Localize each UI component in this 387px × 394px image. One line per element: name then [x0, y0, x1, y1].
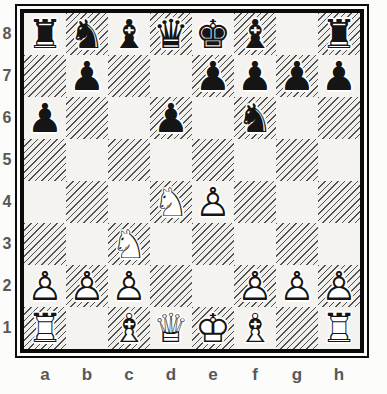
- black-pawn: ♟: [318, 55, 360, 97]
- square-a3[interactable]: [24, 223, 66, 265]
- square-a8[interactable]: ♜♜: [24, 13, 66, 55]
- square-d1[interactable]: ♛♕: [150, 307, 192, 349]
- black-pawn-fill: ♟: [150, 97, 192, 139]
- file-labels: abcdefgh: [24, 360, 360, 390]
- black-king: ♚: [192, 13, 234, 55]
- square-h1[interactable]: ♜♖: [318, 307, 360, 349]
- square-g1[interactable]: [276, 307, 318, 349]
- square-b6[interactable]: [66, 97, 108, 139]
- square-c7[interactable]: [108, 55, 150, 97]
- rank-label-4: 4: [0, 181, 14, 223]
- white-pawn-fill: ♟: [108, 265, 150, 307]
- white-rook: ♖: [318, 307, 360, 349]
- black-pawn-fill: ♟: [192, 55, 234, 97]
- file-label-g: g: [276, 360, 318, 390]
- square-f6[interactable]: ♞♞: [234, 97, 276, 139]
- square-e5[interactable]: [192, 139, 234, 181]
- square-c4[interactable]: [108, 181, 150, 223]
- black-pawn: ♟: [150, 97, 192, 139]
- square-e6[interactable]: [192, 97, 234, 139]
- black-rook-fill: ♜: [24, 13, 66, 55]
- white-pawn-fill: ♟: [24, 265, 66, 307]
- square-e3[interactable]: [192, 223, 234, 265]
- white-king-fill: ♚: [192, 307, 234, 349]
- white-knight: ♘: [150, 181, 192, 223]
- white-knight: ♘: [108, 223, 150, 265]
- square-c8[interactable]: ♝♝: [108, 13, 150, 55]
- file-label-a: a: [24, 360, 66, 390]
- file-label-b: b: [66, 360, 108, 390]
- black-pawn: ♟: [234, 55, 276, 97]
- white-pawn: ♙: [24, 265, 66, 307]
- rank-label-7: 7: [0, 55, 14, 97]
- white-pawn-fill: ♟: [234, 265, 276, 307]
- square-a1[interactable]: ♜♖: [24, 307, 66, 349]
- white-rook-fill: ♜: [24, 307, 66, 349]
- square-g5[interactable]: [276, 139, 318, 181]
- white-rook: ♖: [24, 307, 66, 349]
- white-pawn-fill: ♟: [192, 181, 234, 223]
- square-h2[interactable]: ♟♙: [318, 265, 360, 307]
- black-knight: ♞: [234, 97, 276, 139]
- rank-label-6: 6: [0, 97, 14, 139]
- black-pawn-fill: ♟: [318, 55, 360, 97]
- square-a6[interactable]: ♟♟: [24, 97, 66, 139]
- square-e2[interactable]: [192, 265, 234, 307]
- square-d4[interactable]: ♞♘: [150, 181, 192, 223]
- white-pawn: ♙: [318, 265, 360, 307]
- square-a7[interactable]: [24, 55, 66, 97]
- square-f3[interactable]: [234, 223, 276, 265]
- square-e1[interactable]: ♚♔: [192, 307, 234, 349]
- square-a2[interactable]: ♟♙: [24, 265, 66, 307]
- square-f7[interactable]: ♟♟: [234, 55, 276, 97]
- square-c3[interactable]: ♞♘: [108, 223, 150, 265]
- square-g4[interactable]: [276, 181, 318, 223]
- square-a5[interactable]: [24, 139, 66, 181]
- square-d7[interactable]: [150, 55, 192, 97]
- file-label-d: d: [150, 360, 192, 390]
- square-h4[interactable]: [318, 181, 360, 223]
- square-b4[interactable]: [66, 181, 108, 223]
- square-d5[interactable]: [150, 139, 192, 181]
- square-d3[interactable]: [150, 223, 192, 265]
- square-b7[interactable]: ♟♟: [66, 55, 108, 97]
- chess-board-frame: ♜♜♞♞♝♝♛♛♚♚♝♝♜♜♟♟♟♟♟♟♟♟♟♟♟♟♟♟♞♞♞♘♟♙♞♘♟♙♟♙…: [15, 4, 369, 358]
- black-bishop-fill: ♝: [108, 13, 150, 55]
- white-knight-fill: ♞: [108, 223, 150, 265]
- square-g3[interactable]: [276, 223, 318, 265]
- white-pawn: ♙: [234, 265, 276, 307]
- chess-diagram: 87654321 ♜♜♞♞♝♝♛♛♚♚♝♝♜♜♟♟♟♟♟♟♟♟♟♟♟♟♟♟♞♞♞…: [0, 0, 387, 394]
- square-e7[interactable]: ♟♟: [192, 55, 234, 97]
- chess-board: ♜♜♞♞♝♝♛♛♚♚♝♝♜♜♟♟♟♟♟♟♟♟♟♟♟♟♟♟♞♞♞♘♟♙♞♘♟♙♟♙…: [24, 13, 360, 349]
- white-pawn: ♙: [108, 265, 150, 307]
- black-bishop: ♝: [108, 13, 150, 55]
- square-g7[interactable]: ♟♟: [276, 55, 318, 97]
- white-pawn: ♙: [276, 265, 318, 307]
- white-pawn-fill: ♟: [318, 265, 360, 307]
- black-pawn: ♟: [192, 55, 234, 97]
- white-king: ♔: [192, 307, 234, 349]
- black-queen-fill: ♛: [150, 13, 192, 55]
- chess-board-inner-frame: ♜♜♞♞♝♝♛♛♚♚♝♝♜♜♟♟♟♟♟♟♟♟♟♟♟♟♟♟♞♞♞♘♟♙♞♘♟♙♟♙…: [20, 9, 364, 353]
- white-queen: ♕: [150, 307, 192, 349]
- black-knight-fill: ♞: [66, 13, 108, 55]
- rank-label-5: 5: [0, 139, 14, 181]
- square-g2[interactable]: ♟♙: [276, 265, 318, 307]
- square-h8[interactable]: ♜♜: [318, 13, 360, 55]
- square-d8[interactable]: ♛♛: [150, 13, 192, 55]
- square-a4[interactable]: [24, 181, 66, 223]
- rank-labels: 87654321: [0, 13, 14, 349]
- white-pawn-fill: ♟: [66, 265, 108, 307]
- white-bishop: ♗: [108, 307, 150, 349]
- white-bishop-fill: ♝: [108, 307, 150, 349]
- square-d2[interactable]: [150, 265, 192, 307]
- square-f2[interactable]: ♟♙: [234, 265, 276, 307]
- file-label-h: h: [318, 360, 360, 390]
- white-pawn: ♙: [192, 181, 234, 223]
- white-queen-fill: ♛: [150, 307, 192, 349]
- square-b5[interactable]: [66, 139, 108, 181]
- file-label-e: e: [192, 360, 234, 390]
- black-king-fill: ♚: [192, 13, 234, 55]
- white-knight-fill: ♞: [150, 181, 192, 223]
- white-bishop: ♗: [234, 307, 276, 349]
- square-h7[interactable]: ♟♟: [318, 55, 360, 97]
- white-pawn-fill: ♟: [276, 265, 318, 307]
- square-b3[interactable]: [66, 223, 108, 265]
- square-b2[interactable]: ♟♙: [66, 265, 108, 307]
- white-rook-fill: ♜: [318, 307, 360, 349]
- rank-label-1: 1: [0, 307, 14, 349]
- white-pawn: ♙: [66, 265, 108, 307]
- square-b1[interactable]: [66, 307, 108, 349]
- rank-label-8: 8: [0, 13, 14, 55]
- black-pawn-fill: ♟: [234, 55, 276, 97]
- square-f1[interactable]: ♝♗: [234, 307, 276, 349]
- black-bishop: ♝: [234, 13, 276, 55]
- square-c1[interactable]: ♝♗: [108, 307, 150, 349]
- black-pawn: ♟: [276, 55, 318, 97]
- black-rook: ♜: [24, 13, 66, 55]
- black-rook-fill: ♜: [318, 13, 360, 55]
- square-f8[interactable]: ♝♝: [234, 13, 276, 55]
- square-c2[interactable]: ♟♙: [108, 265, 150, 307]
- rank-label-3: 3: [0, 223, 14, 265]
- rank-label-2: 2: [0, 265, 14, 307]
- square-e4[interactable]: ♟♙: [192, 181, 234, 223]
- square-d6[interactable]: ♟♟: [150, 97, 192, 139]
- square-c5[interactable]: [108, 139, 150, 181]
- black-knight-fill: ♞: [234, 97, 276, 139]
- square-e8[interactable]: ♚♚: [192, 13, 234, 55]
- square-c6[interactable]: [108, 97, 150, 139]
- black-queen: ♛: [150, 13, 192, 55]
- square-h6[interactable]: [318, 97, 360, 139]
- black-pawn-fill: ♟: [24, 97, 66, 139]
- white-bishop-fill: ♝: [234, 307, 276, 349]
- black-bishop-fill: ♝: [234, 13, 276, 55]
- file-label-c: c: [108, 360, 150, 390]
- black-rook: ♜: [318, 13, 360, 55]
- square-g8[interactable]: [276, 13, 318, 55]
- square-f5[interactable]: [234, 139, 276, 181]
- square-g6[interactable]: [276, 97, 318, 139]
- black-pawn: ♟: [66, 55, 108, 97]
- square-h3[interactable]: [318, 223, 360, 265]
- black-pawn-fill: ♟: [66, 55, 108, 97]
- square-h5[interactable]: [318, 139, 360, 181]
- square-b8[interactable]: ♞♞: [66, 13, 108, 55]
- black-knight: ♞: [66, 13, 108, 55]
- black-pawn-fill: ♟: [276, 55, 318, 97]
- square-f4[interactable]: [234, 181, 276, 223]
- black-pawn: ♟: [24, 97, 66, 139]
- file-label-f: f: [234, 360, 276, 390]
